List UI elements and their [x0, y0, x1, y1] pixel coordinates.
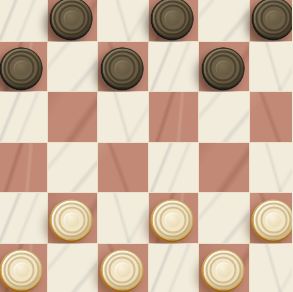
board-square[interactable] [199, 42, 249, 92]
board-square[interactable] [199, 193, 249, 243]
board-square[interactable] [199, 143, 249, 193]
piece-ring-inner [109, 257, 136, 284]
board-square[interactable] [98, 92, 148, 142]
piece-ring-inner [8, 55, 35, 82]
board-square[interactable] [0, 0, 47, 41]
piece-center [266, 212, 282, 227]
piece-center [13, 263, 29, 278]
board-square[interactable] [250, 92, 293, 142]
piece-ring-outer [54, 0, 90, 35]
piece-center [114, 263, 130, 278]
board-square[interactable] [48, 143, 98, 193]
piece-ring-outer [256, 202, 292, 237]
piece-ring-inner [8, 257, 35, 284]
piece-center [13, 61, 29, 76]
board-square[interactable] [0, 92, 47, 142]
checker-piece-light[interactable] [0, 250, 42, 292]
piece-center [64, 212, 80, 227]
checker-piece-light[interactable] [50, 199, 93, 242]
piece-face [0, 250, 42, 291]
piece-ring-inner [58, 4, 85, 31]
piece-center [215, 61, 231, 76]
board-square[interactable] [98, 244, 148, 292]
checker-piece-light[interactable] [100, 250, 143, 292]
piece-face [152, 199, 194, 240]
board-square[interactable] [149, 42, 199, 92]
board-square[interactable] [250, 0, 293, 41]
board-square[interactable] [48, 92, 98, 142]
board-square[interactable] [149, 0, 199, 41]
board-square[interactable] [48, 42, 98, 92]
piece-face [253, 199, 292, 240]
piece-ring-outer [155, 202, 191, 237]
board-square[interactable] [0, 42, 47, 92]
checker-piece-dark[interactable] [0, 48, 42, 91]
board-square[interactable] [199, 0, 249, 41]
checker-piece-light[interactable] [252, 199, 292, 242]
board-square[interactable] [149, 193, 199, 243]
piece-ring-inner [210, 55, 237, 82]
piece-ring-outer [3, 253, 39, 288]
board-square[interactable] [199, 244, 249, 292]
checker-piece-dark[interactable] [201, 48, 244, 91]
piece-center [266, 10, 282, 25]
board-square[interactable] [149, 92, 199, 142]
checkers-board [0, 0, 292, 292]
piece-ring-inner [210, 257, 237, 284]
piece-ring-outer [155, 0, 191, 35]
board-square[interactable] [98, 0, 148, 41]
checker-piece-dark[interactable] [100, 48, 143, 91]
board-square[interactable] [0, 193, 47, 243]
piece-ring-inner [260, 206, 287, 233]
piece-face [51, 199, 93, 240]
board-square[interactable] [98, 42, 148, 92]
board-square[interactable] [0, 143, 47, 193]
piece-face [101, 48, 143, 89]
piece-ring-outer [104, 51, 140, 86]
board-square[interactable] [250, 193, 293, 243]
board-square[interactable] [149, 244, 199, 292]
piece-face [101, 250, 143, 291]
piece-ring-outer [54, 202, 90, 237]
piece-center [215, 263, 231, 278]
board-square[interactable] [98, 143, 148, 193]
piece-ring-outer [3, 51, 39, 86]
board-square[interactable] [48, 193, 98, 243]
piece-ring-inner [260, 4, 287, 31]
checkers-board-viewport [0, 0, 292, 292]
piece-center [165, 10, 181, 25]
piece-ring-inner [159, 206, 186, 233]
piece-face [202, 48, 244, 89]
board-square[interactable] [48, 244, 98, 292]
piece-ring-outer [104, 253, 140, 288]
piece-ring-inner [58, 206, 85, 233]
checker-piece-light[interactable] [151, 199, 194, 242]
piece-ring-inner [109, 55, 136, 82]
piece-center [165, 212, 181, 227]
board-square[interactable] [199, 92, 249, 142]
checker-piece-dark[interactable] [252, 0, 292, 40]
piece-center [114, 61, 130, 76]
checker-piece-light[interactable] [201, 250, 244, 292]
board-square[interactable] [0, 244, 47, 292]
board-square[interactable] [250, 143, 293, 193]
board-square[interactable] [149, 143, 199, 193]
piece-face [253, 0, 292, 38]
piece-ring-outer [205, 253, 241, 288]
piece-ring-outer [205, 51, 241, 86]
board-square[interactable] [250, 42, 293, 92]
piece-center [64, 10, 80, 25]
piece-face [202, 250, 244, 291]
checker-piece-dark[interactable] [50, 0, 93, 40]
board-square[interactable] [250, 244, 293, 292]
piece-ring-outer [256, 0, 292, 35]
board-square[interactable] [98, 193, 148, 243]
piece-ring-inner [159, 4, 186, 31]
checker-piece-dark[interactable] [151, 0, 194, 40]
board-square[interactable] [48, 0, 98, 41]
piece-face [0, 48, 42, 89]
